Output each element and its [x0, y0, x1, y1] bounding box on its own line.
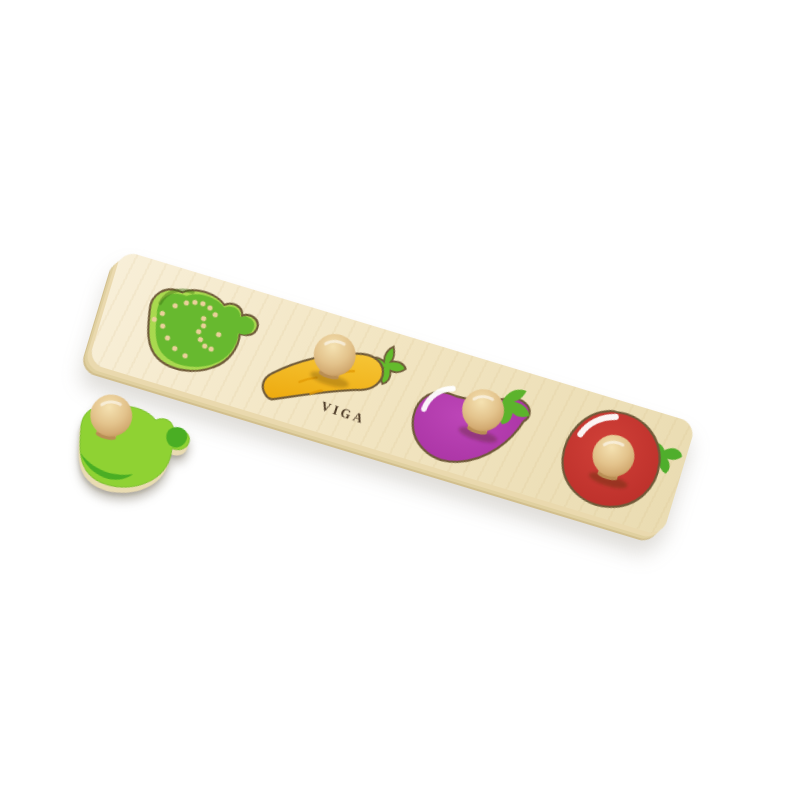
white-table-background: VIGA [0, 0, 800, 800]
removed-green-pepper-piece[interactable] [38, 376, 211, 526]
tomato-piece[interactable] [515, 381, 702, 538]
green-pepper-socket[interactable] [110, 263, 273, 399]
